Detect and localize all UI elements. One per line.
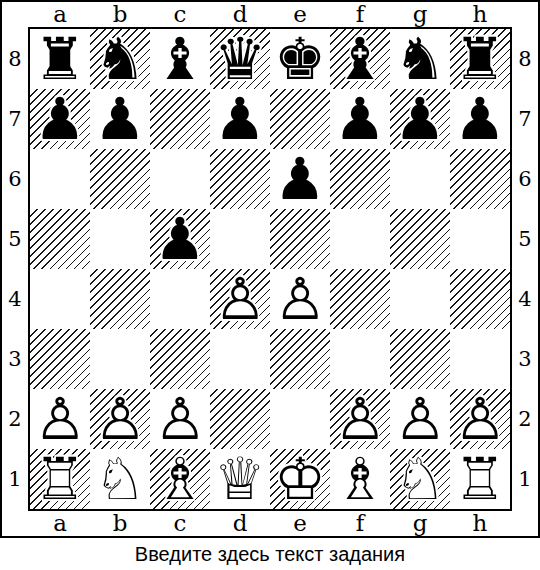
piece-glyph-layer: ♞ xyxy=(90,29,150,89)
rank-label-2: 2 xyxy=(512,389,538,449)
black-pawn-piece: ♟♟ xyxy=(450,89,510,149)
piece-glyph-layer: ♘ xyxy=(90,449,150,509)
black-pawn-piece: ♟♟ xyxy=(90,89,150,149)
piece-fill-layer: ♜ xyxy=(450,449,510,509)
square-g8: ♞♞ xyxy=(390,29,450,89)
square-e4: ♟♙ xyxy=(270,269,330,329)
rank-label-7: 7 xyxy=(2,89,28,149)
white-knight-piece: ♞♘ xyxy=(90,449,150,509)
square-a7: ♟♟ xyxy=(30,89,90,149)
square-h8: ♜♜ xyxy=(450,29,510,89)
white-pawn-piece: ♟♙ xyxy=(150,389,210,449)
corner-spacer xyxy=(510,511,538,536)
piece-fill-layer: ♚ xyxy=(270,29,330,89)
piece-fill-layer: ♟ xyxy=(390,389,450,449)
piece-fill-layer: ♟ xyxy=(210,89,270,149)
white-pawn-piece: ♟♙ xyxy=(450,389,510,449)
square-c3 xyxy=(150,329,210,389)
piece-fill-layer: ♟ xyxy=(330,89,390,149)
square-e6: ♟♟ xyxy=(270,149,330,209)
piece-fill-layer: ♟ xyxy=(450,89,510,149)
square-h7: ♟♟ xyxy=(450,89,510,149)
piece-fill-layer: ♜ xyxy=(30,29,90,89)
square-a4 xyxy=(30,269,90,329)
square-g2: ♟♙ xyxy=(390,389,450,449)
rank-label-3: 3 xyxy=(2,329,28,389)
square-d1: ♛♕ xyxy=(210,449,270,509)
white-bishop-piece: ♝♗ xyxy=(150,449,210,509)
square-f8: ♝♝ xyxy=(330,29,390,89)
square-c7 xyxy=(150,89,210,149)
piece-glyph-layer: ♘ xyxy=(390,449,450,509)
piece-fill-layer: ♞ xyxy=(90,449,150,509)
piece-glyph-layer: ♜ xyxy=(450,29,510,89)
piece-glyph-layer: ♞ xyxy=(390,29,450,89)
piece-fill-layer: ♝ xyxy=(150,29,210,89)
piece-glyph-layer: ♟ xyxy=(30,89,90,149)
corner-spacer xyxy=(510,2,538,27)
piece-glyph-layer: ♔ xyxy=(270,449,330,509)
piece-glyph-layer: ♙ xyxy=(450,389,510,449)
file-label-g: g xyxy=(390,511,450,536)
rank-label-1: 1 xyxy=(512,449,538,509)
file-label-h: h xyxy=(450,2,510,27)
black-pawn-piece: ♟♟ xyxy=(150,209,210,269)
file-label-f: f xyxy=(330,511,390,536)
file-label-e: e xyxy=(270,511,330,536)
piece-fill-layer: ♜ xyxy=(30,449,90,509)
square-f7: ♟♟ xyxy=(330,89,390,149)
piece-glyph-layer: ♝ xyxy=(150,29,210,89)
piece-fill-layer: ♛ xyxy=(210,449,270,509)
piece-fill-layer: ♟ xyxy=(30,389,90,449)
piece-glyph-layer: ♟ xyxy=(390,89,450,149)
black-bishop-piece: ♝♝ xyxy=(150,29,210,89)
rank-label-6: 6 xyxy=(512,149,538,209)
square-d4: ♟♙ xyxy=(210,269,270,329)
piece-fill-layer: ♝ xyxy=(330,449,390,509)
task-caption-text[interactable]: Введите здесь текст задания xyxy=(0,538,540,570)
piece-glyph-layer: ♟ xyxy=(150,209,210,269)
file-label-c: c xyxy=(150,2,210,27)
piece-fill-layer: ♟ xyxy=(30,89,90,149)
piece-fill-layer: ♟ xyxy=(90,89,150,149)
piece-fill-layer: ♛ xyxy=(210,29,270,89)
square-d8: ♛♛ xyxy=(210,29,270,89)
black-queen-piece: ♛♛ xyxy=(210,29,270,89)
file-label-h: h xyxy=(450,511,510,536)
file-label-e: e xyxy=(270,2,330,27)
black-rook-piece: ♜♜ xyxy=(30,29,90,89)
file-label-a: a xyxy=(30,511,90,536)
square-g4 xyxy=(390,269,450,329)
square-h2: ♟♙ xyxy=(450,389,510,449)
square-c8: ♝♝ xyxy=(150,29,210,89)
square-e5 xyxy=(270,209,330,269)
piece-glyph-layer: ♙ xyxy=(90,389,150,449)
black-knight-piece: ♞♞ xyxy=(390,29,450,89)
square-c6 xyxy=(150,149,210,209)
rank-label-6: 6 xyxy=(2,149,28,209)
white-pawn-piece: ♟♙ xyxy=(330,389,390,449)
bottom-file-labels: abcdefgh xyxy=(2,511,538,536)
square-b1: ♞♘ xyxy=(90,449,150,509)
square-f1: ♝♗ xyxy=(330,449,390,509)
square-d7: ♟♟ xyxy=(210,89,270,149)
piece-glyph-layer: ♙ xyxy=(30,389,90,449)
square-e8: ♚♚ xyxy=(270,29,330,89)
piece-fill-layer: ♜ xyxy=(450,29,510,89)
chess-board-frame: abcdefgh 87654321 ♜♜♞♞♝♝♛♛♚♚♝♝♞♞♜♜♟♟♟♟♟♟… xyxy=(0,0,540,538)
black-rook-piece: ♜♜ xyxy=(450,29,510,89)
piece-glyph-layer: ♙ xyxy=(330,389,390,449)
rank-label-8: 8 xyxy=(2,29,28,89)
piece-glyph-layer: ♙ xyxy=(210,269,270,329)
file-label-d: d xyxy=(210,511,270,536)
square-g6 xyxy=(390,149,450,209)
piece-glyph-layer: ♖ xyxy=(30,449,90,509)
square-g1: ♞♘ xyxy=(390,449,450,509)
square-g3 xyxy=(390,329,450,389)
white-knight-piece: ♞♘ xyxy=(390,449,450,509)
white-bishop-piece: ♝♗ xyxy=(330,449,390,509)
piece-fill-layer: ♝ xyxy=(150,449,210,509)
square-g5 xyxy=(390,209,450,269)
square-c2: ♟♙ xyxy=(150,389,210,449)
corner-spacer xyxy=(2,511,30,536)
board-middle-row: 87654321 ♜♜♞♞♝♝♛♛♚♚♝♝♞♞♜♜♟♟♟♟♟♟♟♟♟♟♟♟♟♟♟… xyxy=(2,27,538,511)
square-b7: ♟♟ xyxy=(90,89,150,149)
left-rank-labels: 87654321 xyxy=(2,27,28,511)
piece-fill-layer: ♝ xyxy=(330,29,390,89)
square-a1: ♜♖ xyxy=(30,449,90,509)
corner-spacer xyxy=(2,2,30,27)
white-rook-piece: ♜♖ xyxy=(30,449,90,509)
piece-fill-layer: ♟ xyxy=(390,89,450,149)
square-a6 xyxy=(30,149,90,209)
piece-glyph-layer: ♜ xyxy=(30,29,90,89)
piece-fill-layer: ♟ xyxy=(270,149,330,209)
square-a8: ♜♜ xyxy=(30,29,90,89)
file-label-b: b xyxy=(90,2,150,27)
square-c5: ♟♟ xyxy=(150,209,210,269)
black-pawn-piece: ♟♟ xyxy=(210,89,270,149)
piece-fill-layer: ♞ xyxy=(390,449,450,509)
piece-glyph-layer: ♗ xyxy=(150,449,210,509)
white-queen-piece: ♛♕ xyxy=(210,449,270,509)
black-pawn-piece: ♟♟ xyxy=(330,89,390,149)
white-pawn-piece: ♟♙ xyxy=(90,389,150,449)
piece-fill-layer: ♟ xyxy=(150,209,210,269)
rank-label-5: 5 xyxy=(2,209,28,269)
file-label-d: d xyxy=(210,2,270,27)
piece-glyph-layer: ♙ xyxy=(390,389,450,449)
piece-glyph-layer: ♟ xyxy=(450,89,510,149)
square-a5 xyxy=(30,209,90,269)
black-knight-piece: ♞♞ xyxy=(90,29,150,89)
piece-glyph-layer: ♕ xyxy=(210,449,270,509)
white-rook-piece: ♜♖ xyxy=(450,449,510,509)
piece-glyph-layer: ♗ xyxy=(330,449,390,509)
square-b5 xyxy=(90,209,150,269)
rank-label-2: 2 xyxy=(2,389,28,449)
square-b6 xyxy=(90,149,150,209)
square-d3 xyxy=(210,329,270,389)
rank-label-7: 7 xyxy=(512,89,538,149)
square-b8: ♞♞ xyxy=(90,29,150,89)
square-b4 xyxy=(90,269,150,329)
square-c4 xyxy=(150,269,210,329)
piece-glyph-layer: ♙ xyxy=(150,389,210,449)
piece-fill-layer: ♟ xyxy=(270,269,330,329)
piece-glyph-layer: ♚ xyxy=(270,29,330,89)
piece-fill-layer: ♟ xyxy=(150,389,210,449)
piece-fill-layer: ♚ xyxy=(270,449,330,509)
piece-glyph-layer: ♟ xyxy=(90,89,150,149)
piece-glyph-layer: ♟ xyxy=(330,89,390,149)
square-f3 xyxy=(330,329,390,389)
black-pawn-piece: ♟♟ xyxy=(390,89,450,149)
piece-fill-layer: ♞ xyxy=(390,29,450,89)
square-e3 xyxy=(270,329,330,389)
square-b3 xyxy=(90,329,150,389)
piece-fill-layer: ♟ xyxy=(450,389,510,449)
square-h4 xyxy=(450,269,510,329)
white-pawn-piece: ♟♙ xyxy=(210,269,270,329)
file-label-g: g xyxy=(390,2,450,27)
piece-fill-layer: ♟ xyxy=(90,389,150,449)
square-d2 xyxy=(210,389,270,449)
square-d6 xyxy=(210,149,270,209)
square-e1: ♚♔ xyxy=(270,449,330,509)
rank-label-1: 1 xyxy=(2,449,28,509)
square-b2: ♟♙ xyxy=(90,389,150,449)
black-bishop-piece: ♝♝ xyxy=(330,29,390,89)
file-label-c: c xyxy=(150,511,210,536)
piece-glyph-layer: ♛ xyxy=(210,29,270,89)
piece-glyph-layer: ♟ xyxy=(270,149,330,209)
right-rank-labels: 87654321 xyxy=(512,27,538,511)
rank-label-3: 3 xyxy=(512,329,538,389)
square-a3 xyxy=(30,329,90,389)
top-file-labels: abcdefgh xyxy=(2,2,538,27)
square-f6 xyxy=(330,149,390,209)
square-h5 xyxy=(450,209,510,269)
square-e2 xyxy=(270,389,330,449)
square-f4 xyxy=(330,269,390,329)
black-pawn-piece: ♟♟ xyxy=(30,89,90,149)
rank-label-8: 8 xyxy=(512,29,538,89)
file-label-b: b xyxy=(90,511,150,536)
white-pawn-piece: ♟♙ xyxy=(390,389,450,449)
square-h1: ♜♖ xyxy=(450,449,510,509)
black-king-piece: ♚♚ xyxy=(270,29,330,89)
square-h6 xyxy=(450,149,510,209)
piece-fill-layer: ♞ xyxy=(90,29,150,89)
square-g7: ♟♟ xyxy=(390,89,450,149)
square-f5 xyxy=(330,209,390,269)
white-pawn-piece: ♟♙ xyxy=(270,269,330,329)
rank-label-4: 4 xyxy=(512,269,538,329)
file-label-a: a xyxy=(30,2,90,27)
piece-glyph-layer: ♙ xyxy=(270,269,330,329)
chess-board: ♜♜♞♞♝♝♛♛♚♚♝♝♞♞♜♜♟♟♟♟♟♟♟♟♟♟♟♟♟♟♟♟♟♙♟♙♟♙♟♙… xyxy=(28,27,512,511)
file-label-f: f xyxy=(330,2,390,27)
white-king-piece: ♚♔ xyxy=(270,449,330,509)
piece-fill-layer: ♟ xyxy=(330,389,390,449)
square-a2: ♟♙ xyxy=(30,389,90,449)
square-c1: ♝♗ xyxy=(150,449,210,509)
rank-label-5: 5 xyxy=(512,209,538,269)
chess-diagram-page: abcdefgh 87654321 ♜♜♞♞♝♝♛♛♚♚♝♝♞♞♜♜♟♟♟♟♟♟… xyxy=(0,0,540,570)
piece-fill-layer: ♟ xyxy=(210,269,270,329)
square-f2: ♟♙ xyxy=(330,389,390,449)
white-pawn-piece: ♟♙ xyxy=(30,389,90,449)
square-e7 xyxy=(270,89,330,149)
piece-glyph-layer: ♝ xyxy=(330,29,390,89)
piece-glyph-layer: ♟ xyxy=(210,89,270,149)
rank-label-4: 4 xyxy=(2,269,28,329)
piece-glyph-layer: ♖ xyxy=(450,449,510,509)
black-pawn-piece: ♟♟ xyxy=(270,149,330,209)
square-h3 xyxy=(450,329,510,389)
square-d5 xyxy=(210,209,270,269)
